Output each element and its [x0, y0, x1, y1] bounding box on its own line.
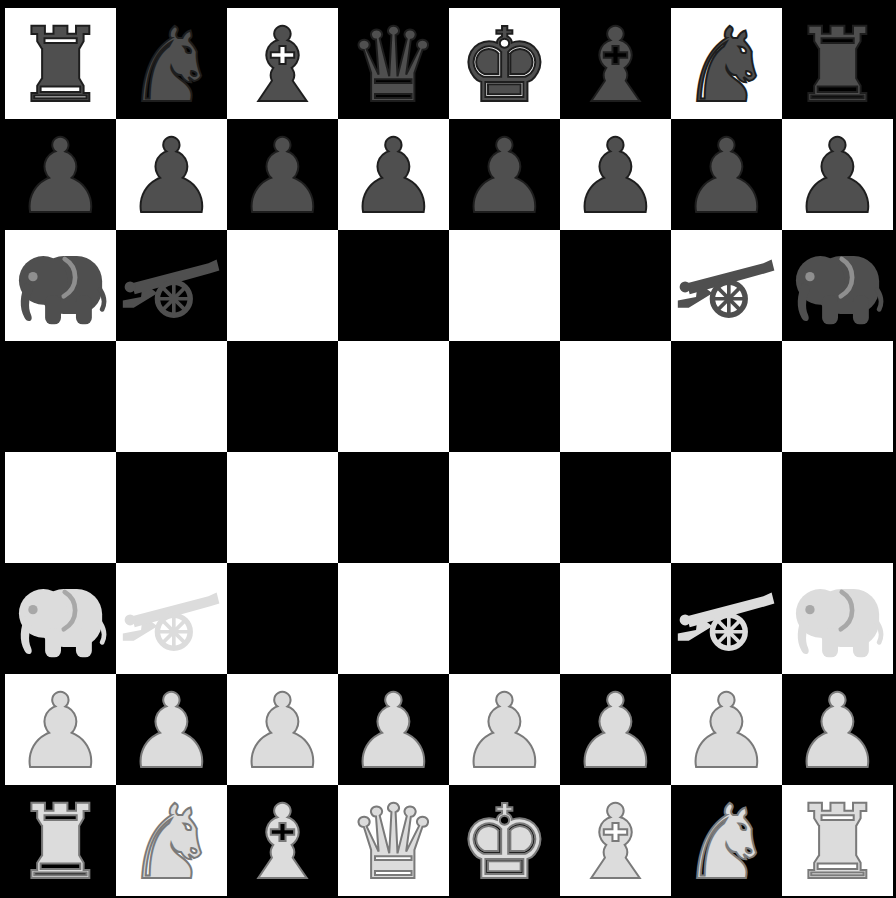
dark-knight[interactable]: ♞: [116, 10, 227, 121]
square-h2[interactable]: ♟: [782, 674, 893, 785]
elephant-icon: [14, 576, 108, 662]
dark-pawn[interactable]: ♟: [5, 121, 116, 232]
light-elephant[interactable]: [14, 576, 108, 662]
square-f4[interactable]: [560, 452, 671, 563]
light-pawn[interactable]: ♟: [5, 676, 116, 787]
square-e6[interactable]: [449, 230, 560, 341]
square-b7[interactable]: ♟: [116, 119, 227, 230]
square-g4[interactable]: [671, 452, 782, 563]
dark-pawn[interactable]: ♟: [782, 121, 893, 232]
square-h5[interactable]: [782, 341, 893, 452]
board-frame: ♜♞♝♛♚♝♞♜♟♟♟♟♟♟♟♟♟♟♟♟♟♟♟♟♜♞♝♛♚♝♞♜: [0, 0, 896, 898]
dark-king[interactable]: ♚: [449, 10, 560, 121]
light-pawn[interactable]: ♟: [338, 676, 449, 787]
square-e8[interactable]: ♚: [449, 8, 560, 119]
elephant-icon: [791, 576, 885, 662]
cannon-icon: [121, 253, 223, 319]
square-f7[interactable]: ♟: [560, 119, 671, 230]
light-king[interactable]: ♚: [449, 787, 560, 898]
square-g6[interactable]: [671, 230, 782, 341]
square-f5[interactable]: [560, 341, 671, 452]
square-c4[interactable]: [227, 452, 338, 563]
square-b2[interactable]: ♟: [116, 674, 227, 785]
square-f8[interactable]: ♝: [560, 8, 671, 119]
dark-bishop[interactable]: ♝: [560, 10, 671, 121]
cannon-icon: [121, 586, 223, 652]
square-c7[interactable]: ♟: [227, 119, 338, 230]
square-g1[interactable]: ♞: [671, 785, 782, 896]
square-a6[interactable]: [5, 230, 116, 341]
light-pawn[interactable]: ♟: [116, 676, 227, 787]
square-d5[interactable]: [338, 341, 449, 452]
square-c8[interactable]: ♝: [227, 8, 338, 119]
dark-pawn[interactable]: ♟: [116, 121, 227, 232]
square-c2[interactable]: ♟: [227, 674, 338, 785]
dark-bishop[interactable]: ♝: [227, 10, 338, 121]
cannon-icon: [676, 253, 778, 319]
square-d7[interactable]: ♟: [338, 119, 449, 230]
square-d1[interactable]: ♛: [338, 785, 449, 896]
dark-pawn[interactable]: ♟: [449, 121, 560, 232]
dark-cannon[interactable]: [121, 253, 223, 319]
light-knight[interactable]: ♞: [116, 787, 227, 898]
elephant-icon: [791, 243, 885, 329]
light-pawn[interactable]: ♟: [671, 676, 782, 787]
square-b8[interactable]: ♞: [116, 8, 227, 119]
square-f1[interactable]: ♝: [560, 785, 671, 896]
square-a3[interactable]: [5, 563, 116, 674]
square-d3[interactable]: [338, 563, 449, 674]
square-c5[interactable]: [227, 341, 338, 452]
elephant-icon: [14, 243, 108, 329]
light-pawn[interactable]: ♟: [449, 676, 560, 787]
square-a7[interactable]: ♟: [5, 119, 116, 230]
square-h8[interactable]: ♜: [782, 8, 893, 119]
square-a8[interactable]: ♜: [5, 8, 116, 119]
dark-rook[interactable]: ♜: [5, 10, 116, 121]
square-h7[interactable]: ♟: [782, 119, 893, 230]
square-e1[interactable]: ♚: [449, 785, 560, 896]
square-e2[interactable]: ♟: [449, 674, 560, 785]
dark-knight[interactable]: ♞: [671, 10, 782, 121]
square-g5[interactable]: [671, 341, 782, 452]
light-queen[interactable]: ♛: [338, 787, 449, 898]
square-g3[interactable]: [671, 563, 782, 674]
light-bishop[interactable]: ♝: [560, 787, 671, 898]
dark-pawn[interactable]: ♟: [560, 121, 671, 232]
square-h3[interactable]: [782, 563, 893, 674]
square-a5[interactable]: [5, 341, 116, 452]
square-c3[interactable]: [227, 563, 338, 674]
square-d2[interactable]: ♟: [338, 674, 449, 785]
dark-pawn[interactable]: ♟: [338, 121, 449, 232]
light-pawn[interactable]: ♟: [560, 676, 671, 787]
cannon-icon: [676, 586, 778, 652]
square-e3[interactable]: [449, 563, 560, 674]
square-b3[interactable]: [116, 563, 227, 674]
chess-board: ♜♞♝♛♚♝♞♜♟♟♟♟♟♟♟♟♟♟♟♟♟♟♟♟♜♞♝♛♚♝♞♜: [5, 8, 893, 896]
square-g2[interactable]: ♟: [671, 674, 782, 785]
light-elephant[interactable]: [791, 576, 885, 662]
square-e4[interactable]: [449, 452, 560, 563]
light-pawn[interactable]: ♟: [782, 676, 893, 787]
square-b4[interactable]: [116, 452, 227, 563]
light-knight[interactable]: ♞: [671, 787, 782, 898]
light-rook[interactable]: ♜: [5, 787, 116, 898]
dark-rook[interactable]: ♜: [782, 10, 893, 121]
dark-pawn[interactable]: ♟: [227, 121, 338, 232]
square-g8[interactable]: ♞: [671, 8, 782, 119]
light-bishop[interactable]: ♝: [227, 787, 338, 898]
light-pawn[interactable]: ♟: [227, 676, 338, 787]
square-f6[interactable]: [560, 230, 671, 341]
square-a2[interactable]: ♟: [5, 674, 116, 785]
square-h4[interactable]: [782, 452, 893, 563]
square-f3[interactable]: [560, 563, 671, 674]
square-h1[interactable]: ♜: [782, 785, 893, 896]
dark-queen[interactable]: ♛: [338, 10, 449, 121]
square-d8[interactable]: ♛: [338, 8, 449, 119]
square-a4[interactable]: [5, 452, 116, 563]
square-c1[interactable]: ♝: [227, 785, 338, 896]
square-h6[interactable]: [782, 230, 893, 341]
square-d4[interactable]: [338, 452, 449, 563]
square-b1[interactable]: ♞: [116, 785, 227, 896]
square-b5[interactable]: [116, 341, 227, 452]
square-e5[interactable]: [449, 341, 560, 452]
light-cannon[interactable]: [676, 586, 778, 652]
dark-pawn[interactable]: ♟: [671, 121, 782, 232]
light-rook[interactable]: ♜: [782, 787, 893, 898]
square-d6[interactable]: [338, 230, 449, 341]
square-g7[interactable]: ♟: [671, 119, 782, 230]
dark-cannon[interactable]: [676, 253, 778, 319]
dark-elephant[interactable]: [791, 243, 885, 329]
light-cannon[interactable]: [121, 586, 223, 652]
square-b6[interactable]: [116, 230, 227, 341]
square-a1[interactable]: ♜: [5, 785, 116, 896]
dark-elephant[interactable]: [14, 243, 108, 329]
square-c6[interactable]: [227, 230, 338, 341]
square-f2[interactable]: ♟: [560, 674, 671, 785]
square-e7[interactable]: ♟: [449, 119, 560, 230]
